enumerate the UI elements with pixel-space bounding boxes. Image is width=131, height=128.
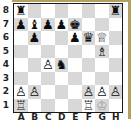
square-b1[interactable] (28, 99, 42, 113)
square-a5[interactable] (14, 45, 28, 59)
square-h4[interactable] (109, 58, 123, 72)
square-f5[interactable] (82, 45, 96, 59)
white-rook-a1[interactable]: ♖ (14, 99, 28, 113)
white-pawn-f2[interactable]: ♙ (82, 85, 96, 99)
white-bishop-g5[interactable]: ♗ (95, 45, 109, 59)
square-c1[interactable] (41, 99, 55, 113)
square-f2[interactable]: ♙ (82, 85, 96, 99)
chess-diagram: 87654321 ♜♜♟♝♟♟♚♟♟♛♕♗♙♞♙♙♙♙♙♖♖♔ ABCDEFGH (0, 0, 131, 128)
rank-label-4: 4 (0, 58, 12, 72)
square-b8[interactable] (28, 4, 42, 18)
square-c5[interactable] (41, 45, 55, 59)
square-d7[interactable]: ♟ (55, 18, 69, 32)
file-label-g: G (96, 112, 110, 123)
square-d4[interactable]: ♞ (55, 58, 69, 72)
page-edge-right (128, 0, 131, 119)
rank-label-7: 7 (0, 18, 12, 32)
rank-label-1: 1 (0, 99, 12, 113)
white-pawn-g2[interactable]: ♙ (95, 85, 109, 99)
square-d5[interactable] (55, 45, 69, 59)
black-pawn-b6[interactable]: ♟ (28, 31, 42, 45)
black-pawn-e6[interactable]: ♟ (68, 31, 82, 45)
square-g3[interactable] (95, 72, 109, 86)
black-pawn-a7[interactable]: ♟ (14, 18, 28, 32)
rank-label-2: 2 (0, 85, 12, 99)
square-h2[interactable]: ♙ (109, 85, 123, 99)
black-pawn-d7[interactable]: ♟ (55, 18, 69, 32)
black-pawn-c7[interactable]: ♟ (41, 18, 55, 32)
square-c6[interactable] (41, 31, 55, 45)
square-d6[interactable] (55, 31, 69, 45)
square-g8[interactable] (95, 4, 109, 18)
white-king-g1[interactable]: ♔ (95, 99, 109, 113)
black-rook-a8[interactable]: ♜ (14, 4, 28, 18)
rank-label-3: 3 (0, 72, 12, 86)
white-pawn-h2[interactable]: ♙ (109, 85, 123, 99)
square-c8[interactable] (41, 4, 55, 18)
white-queen-g6[interactable]: ♕ (95, 31, 109, 45)
square-g4[interactable] (95, 58, 109, 72)
rank-label-5: 5 (0, 45, 12, 59)
file-label-a: A (15, 112, 29, 123)
square-f8[interactable] (82, 4, 96, 18)
square-d8[interactable] (55, 4, 69, 18)
rank-label-8: 8 (0, 4, 12, 18)
square-a3[interactable] (14, 72, 28, 86)
rank-labels: 87654321 (0, 4, 12, 112)
black-bishop-b7[interactable]: ♝ (28, 18, 42, 32)
white-pawn-a2[interactable]: ♙ (14, 85, 28, 99)
square-f7[interactable] (82, 18, 96, 32)
square-h6[interactable] (109, 31, 123, 45)
square-b2[interactable]: ♙ (28, 85, 42, 99)
square-a1[interactable]: ♖ (14, 99, 28, 113)
page-edge-top (12, 0, 131, 2)
square-d1[interactable] (55, 99, 69, 113)
file-label-b: B (28, 112, 42, 123)
square-e2[interactable] (68, 85, 82, 99)
rank-label-6: 6 (0, 31, 12, 45)
file-label-e: E (69, 112, 83, 123)
square-b4[interactable] (28, 58, 42, 72)
square-b7[interactable]: ♝ (28, 18, 42, 32)
square-h5[interactable] (109, 45, 123, 59)
square-b3[interactable] (28, 72, 42, 86)
square-g1[interactable]: ♔ (95, 99, 109, 113)
square-a7[interactable]: ♟ (14, 18, 28, 32)
file-label-f: F (82, 112, 96, 123)
square-b5[interactable] (28, 45, 42, 59)
square-e4[interactable] (68, 58, 82, 72)
square-h1[interactable] (109, 99, 123, 113)
square-g7[interactable] (95, 18, 109, 32)
chess-board[interactable]: ♜♜♟♝♟♟♚♟♟♛♕♗♙♞♙♙♙♙♙♖♖♔ (13, 3, 123, 113)
white-pawn-c4[interactable]: ♙ (41, 58, 55, 72)
square-e1[interactable] (68, 99, 82, 113)
square-f1[interactable]: ♖ (82, 99, 96, 113)
square-e5[interactable] (68, 45, 82, 59)
file-label-c: C (42, 112, 56, 123)
square-a8[interactable]: ♜ (14, 4, 28, 18)
square-e7[interactable]: ♚ (68, 18, 82, 32)
square-h8[interactable]: ♜ (109, 4, 123, 18)
square-e3[interactable] (68, 72, 82, 86)
square-f3[interactable] (82, 72, 96, 86)
file-label-h: H (109, 112, 123, 123)
square-h7[interactable] (109, 18, 123, 32)
black-queen-f6[interactable]: ♛ (82, 31, 96, 45)
square-f6[interactable]: ♛ (82, 31, 96, 45)
square-b6[interactable]: ♟ (28, 31, 42, 45)
square-g6[interactable]: ♕ (95, 31, 109, 45)
square-a2[interactable]: ♙ (14, 85, 28, 99)
square-e8[interactable] (68, 4, 82, 18)
square-a6[interactable] (14, 31, 28, 45)
square-d3[interactable] (55, 72, 69, 86)
file-labels: ABCDEFGH (15, 112, 123, 123)
square-c3[interactable] (41, 72, 55, 86)
white-rook-f1[interactable]: ♖ (82, 99, 96, 113)
square-c7[interactable]: ♟ (41, 18, 55, 32)
black-king-e7[interactable]: ♚ (68, 18, 82, 32)
white-pawn-b2[interactable]: ♙ (28, 85, 42, 99)
square-h3[interactable] (109, 72, 123, 86)
black-rook-h8[interactable]: ♜ (109, 4, 123, 18)
square-a4[interactable] (14, 58, 28, 72)
square-g5[interactable]: ♗ (95, 45, 109, 59)
square-d2[interactable] (55, 85, 69, 99)
black-knight-d4[interactable]: ♞ (55, 58, 69, 72)
square-f4[interactable] (82, 58, 96, 72)
square-e6[interactable]: ♟ (68, 31, 82, 45)
square-c4[interactable]: ♙ (41, 58, 55, 72)
square-c2[interactable] (41, 85, 55, 99)
file-label-d: D (55, 112, 69, 123)
square-g2[interactable]: ♙ (95, 85, 109, 99)
